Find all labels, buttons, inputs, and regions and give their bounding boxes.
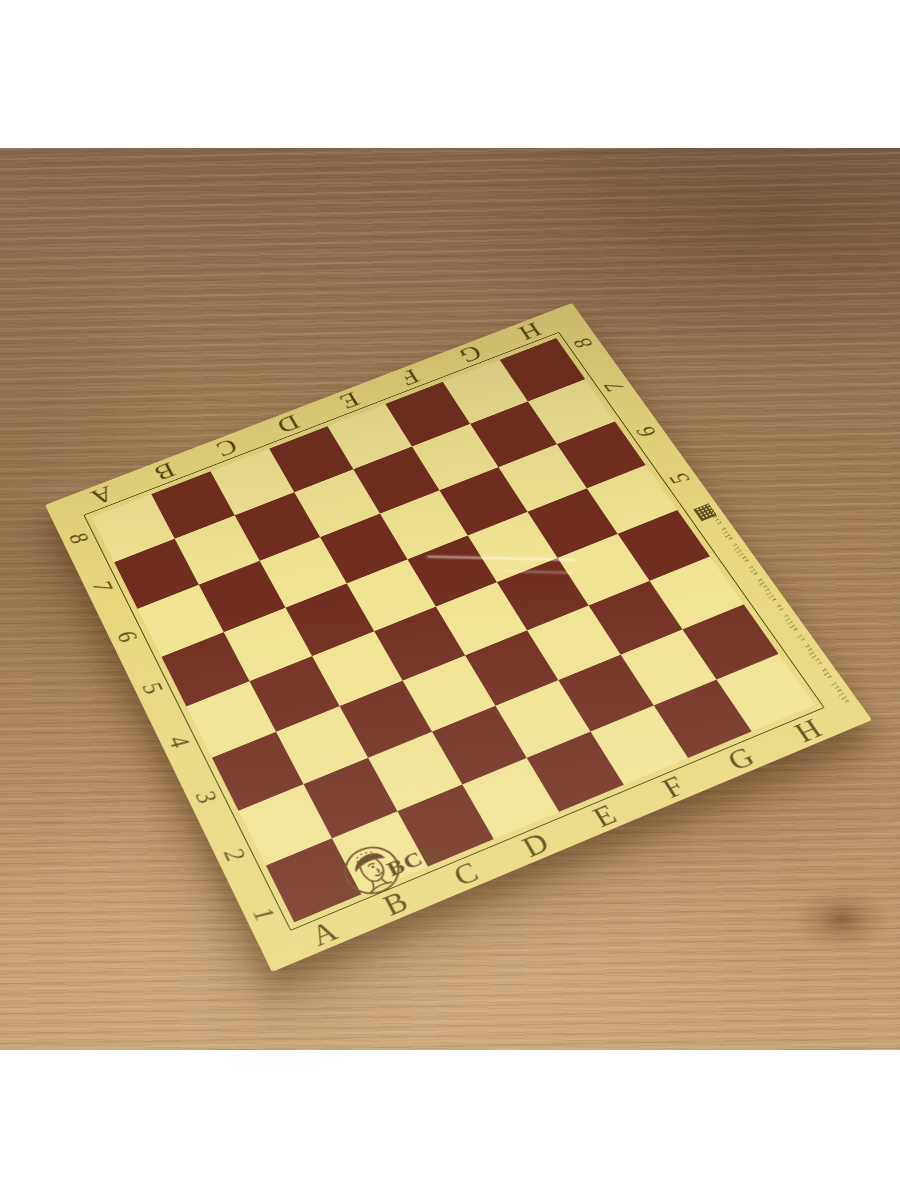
- file-label-bottom: F: [657, 772, 688, 803]
- file-label-bottom: A: [307, 916, 342, 951]
- product-photo: ВСП ıllııl ılı ııllıı ıl ılllı ıı ıllııl…: [0, 0, 900, 1200]
- rank-label-right: 8: [570, 335, 597, 351]
- rank-label-right: 5: [665, 470, 694, 488]
- file-label-top: E: [336, 388, 363, 412]
- file-label-bottom: C: [449, 857, 483, 890]
- rank-label-left: 1: [248, 903, 279, 925]
- rank-label-left: 3: [191, 787, 221, 808]
- file-label-top: B: [151, 459, 179, 485]
- rank-label-left: 8: [65, 529, 93, 547]
- rank-label-right: 6: [632, 423, 660, 440]
- rank-label-left: 7: [88, 577, 116, 595]
- file-label-bottom: H: [790, 714, 827, 746]
- file-label-bottom: E: [588, 800, 621, 832]
- rank-label-left: 2: [219, 844, 250, 865]
- rank-label-left: 6: [113, 627, 142, 646]
- file-label-top: F: [397, 366, 423, 390]
- file-label-top: C: [213, 435, 241, 461]
- file-label-bottom: G: [723, 742, 759, 774]
- file-label-bottom: D: [518, 828, 554, 862]
- rank-label-left: 4: [164, 732, 194, 752]
- rank-label-left: 5: [138, 679, 167, 698]
- rank-label-right: 7: [601, 378, 629, 395]
